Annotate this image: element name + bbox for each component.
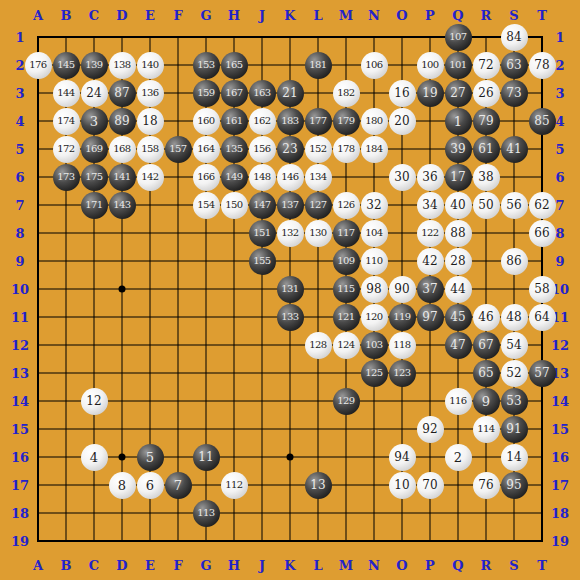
- stone-S7[interactable]: 56: [501, 192, 528, 219]
- stone-L2[interactable]: 181: [305, 52, 332, 79]
- stone-B5[interactable]: 172: [53, 136, 80, 163]
- stone-M11[interactable]: 121: [333, 304, 360, 331]
- stone-O16[interactable]: 94: [389, 444, 416, 471]
- move-number: 64: [534, 311, 549, 323]
- stone-P6[interactable]: 36: [417, 164, 444, 191]
- stone-D2[interactable]: 138: [109, 52, 136, 79]
- stone-D17[interactable]: 8: [109, 472, 136, 499]
- stone-O17[interactable]: 10: [389, 472, 416, 499]
- move-number: 10: [394, 479, 409, 491]
- go-board-app: AABBCCDDEEFFGGHHJJKKLLMMNNOOPPQQRRSSTT11…: [0, 0, 580, 580]
- stone-P2[interactable]: 100: [417, 52, 444, 79]
- stone-R12[interactable]: 67: [473, 332, 500, 359]
- stone-G18[interactable]: 113: [193, 500, 220, 527]
- stone-L12[interactable]: 128: [305, 332, 332, 359]
- stone-M5[interactable]: 178: [333, 136, 360, 163]
- stone-R7[interactable]: 50: [473, 192, 500, 219]
- stone-D7[interactable]: 143: [109, 192, 136, 219]
- stone-C3[interactable]: 24: [81, 80, 108, 107]
- move-number: 34: [422, 199, 437, 211]
- row-label-right: 3: [555, 86, 564, 101]
- move-number: 2: [454, 451, 462, 464]
- stone-L17[interactable]: 13: [305, 472, 332, 499]
- move-number: 87: [114, 87, 129, 99]
- row-label-right: 8: [555, 226, 564, 241]
- stone-Q9[interactable]: 28: [445, 248, 472, 275]
- move-number: 164: [197, 144, 214, 154]
- stone-N5[interactable]: 184: [361, 136, 388, 163]
- row-label-left: 9: [15, 254, 24, 269]
- stone-N4[interactable]: 180: [361, 108, 388, 135]
- move-number: 8: [118, 479, 126, 492]
- stone-M14[interactable]: 129: [333, 388, 360, 415]
- stone-J5[interactable]: 156: [249, 136, 276, 163]
- stone-S5[interactable]: 41: [501, 136, 528, 163]
- move-number: 103: [365, 340, 382, 350]
- move-number: 107: [449, 32, 466, 42]
- stone-E16[interactable]: 5: [137, 444, 164, 471]
- move-number: 142: [141, 172, 158, 182]
- move-number: 97: [422, 311, 437, 323]
- column-label-top: A: [33, 8, 43, 23]
- column-label-bottom: S: [509, 558, 518, 573]
- move-number: 125: [365, 368, 382, 378]
- stone-F17[interactable]: 7: [165, 472, 192, 499]
- column-label-top: S: [509, 8, 518, 23]
- row-label-right: 2: [555, 58, 564, 73]
- stone-O4[interactable]: 20: [389, 108, 416, 135]
- stone-S15[interactable]: 91: [501, 416, 528, 443]
- stone-Q7[interactable]: 40: [445, 192, 472, 219]
- stone-N11[interactable]: 120: [361, 304, 388, 331]
- stone-P11[interactable]: 97: [417, 304, 444, 331]
- stone-K7[interactable]: 137: [277, 192, 304, 219]
- stone-O3[interactable]: 16: [389, 80, 416, 107]
- stone-C6[interactable]: 175: [81, 164, 108, 191]
- row-label-right: 19: [551, 534, 569, 549]
- stone-E2[interactable]: 140: [137, 52, 164, 79]
- row-label-left: 4: [15, 114, 24, 129]
- stone-D3[interactable]: 87: [109, 80, 136, 107]
- column-label-top: D: [116, 8, 127, 23]
- stone-L4[interactable]: 177: [305, 108, 332, 135]
- move-number: 78: [534, 59, 549, 71]
- row-label-left: 14: [11, 394, 29, 409]
- stone-S9[interactable]: 86: [501, 248, 528, 275]
- row-label-left: 16: [11, 450, 29, 465]
- move-number: 154: [197, 200, 214, 210]
- stone-G3[interactable]: 159: [193, 80, 220, 107]
- row-label-left: 11: [11, 310, 29, 325]
- stone-N13[interactable]: 125: [361, 360, 388, 387]
- move-number: 131: [281, 284, 298, 294]
- move-number: 115: [337, 284, 354, 294]
- stone-L5[interactable]: 152: [305, 136, 332, 163]
- stone-O11[interactable]: 119: [389, 304, 416, 331]
- stone-S12[interactable]: 54: [501, 332, 528, 359]
- stone-P9[interactable]: 42: [417, 248, 444, 275]
- move-number: 184: [365, 144, 382, 154]
- move-number: 124: [337, 340, 354, 350]
- stone-Q4[interactable]: 1: [445, 108, 472, 135]
- row-label-left: 6: [15, 170, 24, 185]
- stone-E4[interactable]: 18: [137, 108, 164, 135]
- stone-O13[interactable]: 123: [389, 360, 416, 387]
- move-number: 100: [421, 60, 438, 70]
- row-label-right: 6: [555, 170, 564, 185]
- move-number: 134: [309, 172, 326, 182]
- stone-R4[interactable]: 79: [473, 108, 500, 135]
- stone-G6[interactable]: 166: [193, 164, 220, 191]
- move-number: 84: [506, 31, 521, 43]
- stone-E17[interactable]: 6: [137, 472, 164, 499]
- move-number: 161: [225, 116, 242, 126]
- stone-K4[interactable]: 183: [277, 108, 304, 135]
- stone-H7[interactable]: 150: [221, 192, 248, 219]
- move-number: 148: [253, 172, 270, 182]
- move-number: 144: [57, 88, 74, 98]
- stone-P8[interactable]: 122: [417, 220, 444, 247]
- column-label-bottom: B: [61, 558, 72, 573]
- stone-T7[interactable]: 62: [529, 192, 556, 219]
- stone-S2[interactable]: 63: [501, 52, 528, 79]
- move-number: 171: [85, 200, 102, 210]
- move-number: 47: [450, 339, 465, 351]
- move-number: 21: [282, 87, 297, 99]
- move-number: 91: [506, 423, 521, 435]
- move-number: 120: [365, 312, 382, 322]
- stone-G2[interactable]: 153: [193, 52, 220, 79]
- stone-J4[interactable]: 162: [249, 108, 276, 135]
- stone-R14[interactable]: 9: [473, 388, 500, 415]
- move-number: 17: [450, 171, 465, 183]
- stone-J7[interactable]: 147: [249, 192, 276, 219]
- move-number: 41: [506, 143, 521, 155]
- move-number: 32: [366, 199, 381, 211]
- row-label-right: 12: [551, 338, 569, 353]
- stone-S1[interactable]: 84: [501, 24, 528, 51]
- stone-F5[interactable]: 157: [165, 136, 192, 163]
- stone-S14[interactable]: 53: [501, 388, 528, 415]
- move-number: 98: [366, 283, 381, 295]
- move-number: 112: [225, 480, 242, 490]
- stone-C2[interactable]: 139: [81, 52, 108, 79]
- move-number: 173: [57, 172, 74, 182]
- move-number: 9: [482, 395, 490, 408]
- column-label-top: M: [339, 8, 353, 23]
- move-number: 53: [506, 395, 521, 407]
- stone-S17[interactable]: 95: [501, 472, 528, 499]
- stone-O6[interactable]: 30: [389, 164, 416, 191]
- stone-Q12[interactable]: 47: [445, 332, 472, 359]
- move-number: 24: [86, 87, 101, 99]
- column-label-bottom: E: [145, 558, 155, 573]
- stone-P10[interactable]: 37: [417, 276, 444, 303]
- stone-K10[interactable]: 131: [277, 276, 304, 303]
- stone-R3[interactable]: 26: [473, 80, 500, 107]
- move-number: 181: [309, 60, 326, 70]
- row-label-right: 4: [555, 114, 564, 129]
- stone-G4[interactable]: 160: [193, 108, 220, 135]
- stone-P15[interactable]: 92: [417, 416, 444, 443]
- column-label-top: G: [200, 8, 211, 23]
- move-number: 95: [506, 479, 521, 491]
- move-number: 126: [337, 200, 354, 210]
- move-number: 45: [450, 311, 465, 323]
- move-number: 104: [365, 228, 382, 238]
- stone-B6[interactable]: 173: [53, 164, 80, 191]
- stone-T10[interactable]: 58: [529, 276, 556, 303]
- stone-N7[interactable]: 32: [361, 192, 388, 219]
- stone-C14[interactable]: 12: [81, 388, 108, 415]
- stone-J8[interactable]: 151: [249, 220, 276, 247]
- stone-R11[interactable]: 46: [473, 304, 500, 331]
- stone-K8[interactable]: 132: [277, 220, 304, 247]
- column-label-bottom: N: [368, 558, 380, 573]
- stone-Q16[interactable]: 2: [445, 444, 472, 471]
- move-number: 85: [534, 115, 549, 127]
- stone-D5[interactable]: 168: [109, 136, 136, 163]
- move-number: 139: [85, 60, 102, 70]
- move-number: 117: [337, 228, 354, 238]
- column-label-bottom: H: [228, 558, 240, 573]
- stone-C7[interactable]: 171: [81, 192, 108, 219]
- stone-M4[interactable]: 179: [333, 108, 360, 135]
- move-number: 136: [141, 88, 158, 98]
- stone-H3[interactable]: 167: [221, 80, 248, 107]
- stone-B4[interactable]: 174: [53, 108, 80, 135]
- move-number: 20: [394, 115, 409, 127]
- move-number: 122: [421, 228, 438, 238]
- move-number: 147: [253, 200, 270, 210]
- stone-Q8[interactable]: 88: [445, 220, 472, 247]
- move-number: 58: [534, 283, 549, 295]
- move-number: 52: [506, 367, 521, 379]
- move-number: 150: [225, 200, 242, 210]
- stone-L6[interactable]: 134: [305, 164, 332, 191]
- stone-K3[interactable]: 21: [277, 80, 304, 107]
- move-number: 160: [197, 116, 214, 126]
- move-number: 133: [281, 312, 298, 322]
- stone-H4[interactable]: 161: [221, 108, 248, 135]
- move-number: 127: [309, 200, 326, 210]
- move-number: 42: [422, 255, 437, 267]
- move-number: 19: [422, 87, 437, 99]
- stone-J6[interactable]: 148: [249, 164, 276, 191]
- move-number: 137: [281, 200, 298, 210]
- row-label-left: 10: [11, 282, 29, 297]
- move-number: 109: [337, 256, 354, 266]
- stone-M3[interactable]: 182: [333, 80, 360, 107]
- move-number: 88: [450, 227, 465, 239]
- stone-E3[interactable]: 136: [137, 80, 164, 107]
- stone-S16[interactable]: 14: [501, 444, 528, 471]
- move-number: 11: [198, 451, 213, 463]
- stone-T4[interactable]: 85: [529, 108, 556, 135]
- move-number: 92: [422, 423, 437, 435]
- stone-M10[interactable]: 115: [333, 276, 360, 303]
- stone-R6[interactable]: 38: [473, 164, 500, 191]
- stone-P7[interactable]: 34: [417, 192, 444, 219]
- stone-Q10[interactable]: 44: [445, 276, 472, 303]
- stone-N2[interactable]: 106: [361, 52, 388, 79]
- row-label-left: 12: [11, 338, 29, 353]
- stone-G16[interactable]: 11: [193, 444, 220, 471]
- stone-E5[interactable]: 158: [137, 136, 164, 163]
- stone-T8[interactable]: 66: [529, 220, 556, 247]
- move-number: 113: [197, 508, 214, 518]
- move-number: 63: [506, 59, 521, 71]
- stone-H6[interactable]: 149: [221, 164, 248, 191]
- column-label-bottom: L: [313, 558, 322, 573]
- stone-T2[interactable]: 78: [529, 52, 556, 79]
- move-number: 151: [253, 228, 270, 238]
- stone-R2[interactable]: 72: [473, 52, 500, 79]
- stone-N12[interactable]: 103: [361, 332, 388, 359]
- stone-K6[interactable]: 146: [277, 164, 304, 191]
- row-label-left: 8: [15, 226, 24, 241]
- move-number: 16: [394, 87, 409, 99]
- stone-S11[interactable]: 48: [501, 304, 528, 331]
- move-number: 79: [478, 115, 493, 127]
- move-number: 141: [113, 172, 130, 182]
- stone-Q2[interactable]: 101: [445, 52, 472, 79]
- move-number: 159: [197, 88, 214, 98]
- move-number: 27: [450, 87, 465, 99]
- stone-K11[interactable]: 133: [277, 304, 304, 331]
- move-number: 40: [450, 199, 465, 211]
- column-label-bottom: F: [173, 558, 182, 573]
- stone-P17[interactable]: 70: [417, 472, 444, 499]
- move-number: 5: [146, 451, 154, 464]
- move-number: 123: [393, 368, 410, 378]
- stone-B2[interactable]: 145: [53, 52, 80, 79]
- stone-E6[interactable]: 142: [137, 164, 164, 191]
- move-number: 54: [506, 339, 521, 351]
- column-label-bottom: J: [259, 558, 265, 573]
- stone-R13[interactable]: 65: [473, 360, 500, 387]
- column-label-bottom: D: [116, 558, 127, 573]
- stone-R17[interactable]: 76: [473, 472, 500, 499]
- move-number: 116: [449, 396, 466, 406]
- move-number: 156: [253, 144, 270, 154]
- move-number: 152: [309, 144, 326, 154]
- stone-Q3[interactable]: 27: [445, 80, 472, 107]
- stone-N8[interactable]: 104: [361, 220, 388, 247]
- move-number: 135: [225, 144, 242, 154]
- column-label-bottom: M: [339, 558, 353, 573]
- move-number: 158: [141, 144, 158, 154]
- stone-P3[interactable]: 19: [417, 80, 444, 107]
- move-number: 26: [478, 87, 493, 99]
- row-label-left: 3: [15, 86, 24, 101]
- stone-C4[interactable]: 3: [81, 108, 108, 135]
- stone-L7[interactable]: 127: [305, 192, 332, 219]
- move-number: 101: [449, 60, 466, 70]
- move-number: 28: [450, 255, 465, 267]
- column-label-bottom: C: [89, 558, 99, 573]
- move-number: 106: [365, 60, 382, 70]
- stone-T13[interactable]: 57: [529, 360, 556, 387]
- stone-R15[interactable]: 114: [473, 416, 500, 443]
- stone-O12[interactable]: 118: [389, 332, 416, 359]
- move-number: 89: [114, 115, 129, 127]
- column-label-bottom: T: [537, 558, 547, 573]
- stone-L8[interactable]: 130: [305, 220, 332, 247]
- move-number: 38: [478, 171, 493, 183]
- row-label-left: 19: [11, 534, 29, 549]
- column-label-top: R: [481, 8, 492, 23]
- move-number: 166: [197, 172, 214, 182]
- move-number: 76: [478, 479, 493, 491]
- stone-N9[interactable]: 110: [361, 248, 388, 275]
- move-number: 73: [506, 87, 521, 99]
- stone-D4[interactable]: 89: [109, 108, 136, 135]
- move-number: 163: [253, 88, 270, 98]
- stone-Q14[interactable]: 116: [445, 388, 472, 415]
- stone-Q5[interactable]: 39: [445, 136, 472, 163]
- move-number: 3: [90, 115, 98, 128]
- move-number: 119: [393, 312, 410, 322]
- stone-Q11[interactable]: 45: [445, 304, 472, 331]
- stone-C16[interactable]: 4: [81, 444, 108, 471]
- row-label-right: 7: [555, 198, 564, 213]
- stone-T11[interactable]: 64: [529, 304, 556, 331]
- stone-H2[interactable]: 165: [221, 52, 248, 79]
- stone-M8[interactable]: 117: [333, 220, 360, 247]
- row-label-right: 1: [555, 30, 564, 45]
- stone-N10[interactable]: 98: [361, 276, 388, 303]
- stone-J9[interactable]: 155: [249, 248, 276, 275]
- stone-S3[interactable]: 73: [501, 80, 528, 107]
- move-number: 65: [478, 367, 493, 379]
- stone-A2[interactable]: 176: [25, 52, 52, 79]
- stone-G5[interactable]: 164: [193, 136, 220, 163]
- move-number: 132: [281, 228, 298, 238]
- stone-M9[interactable]: 109: [333, 248, 360, 275]
- stone-G7[interactable]: 154: [193, 192, 220, 219]
- stone-B3[interactable]: 144: [53, 80, 80, 107]
- stone-M7[interactable]: 126: [333, 192, 360, 219]
- stone-D6[interactable]: 141: [109, 164, 136, 191]
- stone-R5[interactable]: 61: [473, 136, 500, 163]
- row-label-right: 18: [551, 506, 569, 521]
- stone-H5[interactable]: 135: [221, 136, 248, 163]
- move-number: 130: [309, 228, 326, 238]
- row-label-right: 17: [551, 478, 569, 493]
- move-number: 86: [506, 255, 521, 267]
- stone-Q1[interactable]: 107: [445, 24, 472, 51]
- move-number: 44: [450, 283, 465, 295]
- stone-J3[interactable]: 163: [249, 80, 276, 107]
- move-number: 48: [506, 311, 521, 323]
- row-label-right: 15: [551, 422, 569, 437]
- move-number: 13: [310, 479, 325, 491]
- move-number: 6: [146, 479, 154, 492]
- stone-S13[interactable]: 52: [501, 360, 528, 387]
- stone-M12[interactable]: 124: [333, 332, 360, 359]
- move-number: 178: [337, 144, 354, 154]
- move-number: 36: [422, 171, 437, 183]
- stone-H17[interactable]: 112: [221, 472, 248, 499]
- column-label-bottom: Q: [452, 558, 463, 573]
- column-label-top: E: [145, 8, 155, 23]
- stone-K5[interactable]: 23: [277, 136, 304, 163]
- stone-O10[interactable]: 90: [389, 276, 416, 303]
- column-label-bottom: K: [284, 558, 295, 573]
- stone-C5[interactable]: 169: [81, 136, 108, 163]
- stone-Q6[interactable]: 17: [445, 164, 472, 191]
